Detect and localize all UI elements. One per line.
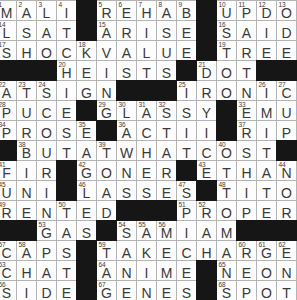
cell-r1c10[interactable]: 9B — [177, 1, 196, 20]
cell-r5c13[interactable]: N — [237, 81, 256, 100]
cell-r15c3[interactable]: D — [37, 281, 56, 300]
cell-r10c1[interactable]: 45U — [0, 181, 16, 200]
cell-r15c12[interactable]: 68S — [217, 281, 236, 300]
cell-letter: E — [57, 106, 76, 120]
cell-r8c12[interactable]: 40O — [217, 141, 236, 160]
cell-r10c12[interactable]: 48T — [217, 181, 236, 200]
cell-r11c5[interactable]: E — [77, 201, 96, 220]
cell-r12c6-block — [96, 220, 117, 241]
cell-letter: T — [57, 26, 76, 40]
cell-r6c15[interactable]: U — [277, 101, 296, 120]
cell-letter: F — [0, 166, 16, 180]
cell-r12c3[interactable]: 53G — [37, 221, 56, 240]
cell-letter: A — [97, 186, 116, 200]
cell-letter: I — [177, 226, 196, 240]
crossword-grid[interactable]: 1M2A3L4I5R6E7H8A9B10U11P12D13O14LSAT15AR… — [0, 0, 297, 300]
cell-r8c10[interactable]: T — [177, 141, 196, 160]
cell-r7c10[interactable]: I — [177, 121, 196, 140]
cell-letter: N — [217, 266, 236, 280]
cell-r3c14[interactable]: E — [257, 41, 276, 60]
cell-letter: Y — [197, 106, 216, 120]
cell-r15c1[interactable]: 66S — [0, 281, 16, 300]
cell-r14c11-block — [196, 260, 217, 281]
cell-r12c4[interactable]: A — [57, 221, 76, 240]
cell-r4c5[interactable]: E — [77, 61, 96, 80]
cell-letter: H — [237, 166, 256, 180]
cell-letter: R — [0, 206, 16, 220]
cell-r3c7[interactable]: A — [117, 41, 136, 60]
cell-r4c6[interactable]: I — [97, 61, 116, 80]
cell-r10c10[interactable]: 47S — [177, 181, 196, 200]
cell-letter: M — [257, 106, 276, 120]
cell-r8c13[interactable]: S — [237, 141, 256, 160]
cell-r1c13[interactable]: 11P — [237, 1, 256, 20]
cell-letter: A — [57, 226, 76, 240]
cell-r8c3[interactable]: U — [37, 141, 56, 160]
cell-r1c12[interactable]: 10U — [217, 1, 236, 20]
cell-r5c15[interactable]: 27C — [277, 81, 296, 100]
cell-letter: I — [97, 66, 116, 80]
cell-letter: N — [137, 286, 156, 300]
cell-r12c2-block — [16, 220, 37, 241]
cell-r3c6[interactable]: V — [97, 41, 116, 60]
cell-r8c9[interactable]: A — [157, 141, 176, 160]
cell-r13c3[interactable]: P — [37, 241, 56, 260]
cell-letter: O — [217, 66, 236, 80]
cell-r1c9[interactable]: 8A — [157, 1, 176, 20]
cell-r14c13[interactable]: E — [237, 261, 256, 280]
cell-r14c6[interactable]: 64A — [97, 261, 116, 280]
cell-r8c11[interactable]: C — [197, 141, 216, 160]
cell-r11c1[interactable]: 49R — [0, 201, 16, 220]
cell-letter: S — [177, 186, 196, 200]
cell-r3c15[interactable]: E — [277, 41, 296, 60]
cell-letter: S — [157, 106, 176, 120]
cell-letter: P — [37, 246, 56, 260]
cell-letter: A — [97, 26, 116, 40]
cell-letter: I — [137, 26, 156, 40]
cell-r2c3[interactable]: A — [37, 21, 56, 40]
cell-r7c14[interactable]: I — [257, 121, 276, 140]
cell-letter: D — [197, 66, 216, 80]
cell-letter: R — [117, 26, 136, 40]
cell-letter: E — [257, 206, 276, 220]
cell-r3c1[interactable]: 17S — [0, 41, 16, 60]
cell-r5c3[interactable]: 24S — [37, 81, 56, 100]
cell-letter: S — [77, 226, 96, 240]
cell-r3c2[interactable]: H — [17, 41, 36, 60]
cell-r15c6[interactable]: 67G — [97, 281, 116, 300]
cell-r9c11[interactable]: 43E — [197, 161, 216, 180]
cell-letter: O — [97, 166, 116, 180]
cell-r5c11[interactable]: R — [197, 81, 216, 100]
cell-letter: I — [17, 286, 36, 300]
cell-r9c1[interactable]: 41F — [0, 161, 16, 180]
cell-r6c12-block — [216, 100, 237, 121]
cell-r5c6[interactable]: N — [97, 81, 116, 100]
cell-r5c4[interactable]: I — [57, 81, 76, 100]
cell-r9c12[interactable]: T — [217, 161, 236, 180]
cell-r6c9[interactable]: 32S — [157, 101, 176, 120]
cell-r11c10[interactable]: 51P — [177, 201, 196, 220]
cell-r2c5-block — [76, 20, 97, 41]
cell-letter: C — [37, 106, 56, 120]
cell-r5c14[interactable]: 26I — [257, 81, 276, 100]
cell-letter: T — [257, 146, 276, 160]
cell-letter: E — [77, 126, 96, 140]
cell-letter: U — [157, 46, 176, 60]
cell-r13c15[interactable]: 62E — [277, 241, 296, 260]
cell-r6c4[interactable]: E — [57, 101, 76, 120]
cell-r14c14[interactable]: O — [257, 261, 276, 280]
cell-r5c7-block — [116, 80, 137, 101]
cell-r15c9[interactable]: E — [157, 281, 176, 300]
cell-letter: E — [77, 66, 96, 80]
cell-r10c6[interactable]: A — [97, 181, 116, 200]
cell-r3c9[interactable]: U — [157, 41, 176, 60]
cell-r4c11[interactable]: 21D — [197, 61, 216, 80]
cell-letter: T — [217, 186, 236, 200]
cell-r3c13[interactable]: R — [237, 41, 256, 60]
cell-r15c7[interactable]: E — [117, 281, 136, 300]
cell-r7c7[interactable]: 36A — [117, 121, 136, 140]
cell-letter: A — [97, 266, 116, 280]
cell-letter: T — [157, 126, 176, 140]
cell-r13c7[interactable]: A — [117, 241, 136, 260]
cell-r6c1[interactable]: 28P — [0, 101, 16, 120]
cell-letter: S — [117, 186, 136, 200]
cell-letter: A — [37, 26, 56, 40]
cell-letter: O — [217, 206, 236, 220]
cell-letter: C — [177, 246, 196, 260]
cell-r7c3[interactable]: O — [37, 121, 56, 140]
cell-letter: E — [237, 266, 256, 280]
cell-letter: C — [137, 126, 156, 140]
cell-r15c10[interactable]: S — [177, 281, 196, 300]
cell-letter: R — [237, 246, 256, 260]
cell-r14c9[interactable]: M — [157, 261, 176, 280]
cell-r4c13[interactable]: T — [237, 61, 256, 80]
cell-letter: A — [17, 6, 36, 20]
cell-r9c7[interactable]: N — [117, 161, 136, 180]
cell-r13c13[interactable]: 60R — [237, 241, 256, 260]
cell-letter: I — [37, 186, 56, 200]
cell-r13c9[interactable]: E — [157, 241, 176, 260]
cell-letter: M — [0, 6, 16, 20]
cell-letter: I — [257, 26, 276, 40]
cell-r12c12[interactable]: M — [217, 221, 236, 240]
cell-r1c14[interactable]: 12D — [257, 1, 276, 20]
cell-r8c14[interactable]: T — [257, 141, 276, 160]
cell-r4c7[interactable]: S — [117, 61, 136, 80]
cell-r12c9[interactable]: 56M — [157, 221, 176, 240]
cell-r6c14[interactable]: M — [257, 101, 276, 120]
cell-r9c8[interactable]: E — [137, 161, 156, 180]
cell-r7c9[interactable]: T — [157, 121, 176, 140]
cell-r6c7[interactable]: 30L — [117, 101, 136, 120]
cell-letter: E — [17, 206, 36, 220]
cell-r10c4-block — [56, 180, 77, 201]
cell-r2c14[interactable]: I — [257, 21, 276, 40]
cell-letter: H — [17, 46, 36, 60]
cell-r6c13[interactable]: 33E — [237, 101, 256, 120]
cell-r4c9[interactable]: S — [157, 61, 176, 80]
cell-letter: E — [177, 46, 196, 60]
cell-r2c7[interactable]: R — [117, 21, 136, 40]
cell-r11c15[interactable]: R — [277, 201, 296, 220]
cell-r13c14[interactable]: 61G — [257, 241, 276, 260]
cell-letter: I — [57, 86, 76, 100]
cell-r10c13[interactable]: I — [237, 181, 256, 200]
cell-r1c8[interactable]: 7H — [137, 1, 156, 20]
cell-r9c9[interactable]: R — [157, 161, 176, 180]
cell-r3c5[interactable]: 18K — [77, 41, 96, 60]
cell-r15c8[interactable]: N — [137, 281, 156, 300]
cell-r2c4[interactable]: T — [57, 21, 76, 40]
cell-r13c8[interactable]: K — [137, 241, 156, 260]
cell-r7c13[interactable]: 37R — [237, 121, 256, 140]
cell-r7c12-block — [216, 120, 237, 141]
cell-r9c13[interactable]: H — [237, 161, 256, 180]
cell-r15c13[interactable]: P — [237, 281, 256, 300]
cell-r8c6[interactable]: 39T — [97, 141, 116, 160]
cell-r9c14[interactable]: A — [257, 161, 276, 180]
cell-r13c11[interactable]: H — [197, 241, 216, 260]
cell-r11c14[interactable]: E — [257, 201, 276, 220]
cell-r2c1[interactable]: 14L — [0, 21, 16, 40]
cell-r14c10[interactable]: E — [177, 261, 196, 280]
cell-r10c9[interactable]: E — [157, 181, 176, 200]
cell-r2c13[interactable]: A — [237, 21, 256, 40]
cell-r7c1[interactable]: 34P — [0, 121, 16, 140]
cell-r13c6[interactable]: 59T — [97, 241, 116, 260]
cell-r10c14[interactable]: T — [257, 181, 276, 200]
cell-r7c5[interactable]: 35E — [77, 121, 96, 140]
cell-r12c7[interactable]: 54S — [117, 221, 136, 240]
cell-r3c3[interactable]: O — [37, 41, 56, 60]
cell-r8c2[interactable]: 38B — [17, 141, 36, 160]
cell-r12c8[interactable]: 55A — [137, 221, 156, 240]
cell-letter: A — [137, 226, 156, 240]
cell-letter: T — [17, 86, 36, 100]
cell-r1c6[interactable]: 5R — [97, 1, 116, 20]
cell-r5c12[interactable]: O — [217, 81, 236, 100]
cell-r11c6[interactable]: D — [97, 201, 116, 220]
cell-letter: A — [257, 166, 276, 180]
cell-r13c12[interactable]: A — [217, 241, 236, 260]
cell-letter: R — [17, 126, 36, 140]
cell-r1c1[interactable]: 1M — [0, 1, 16, 20]
cell-r9c6[interactable]: O — [97, 161, 116, 180]
cell-r14c7[interactable]: N — [117, 261, 136, 280]
cell-letter: T — [137, 66, 156, 80]
cell-r6c3[interactable]: C — [37, 101, 56, 120]
cell-letter: A — [117, 46, 136, 60]
cell-letter: E — [157, 186, 176, 200]
cell-r15c2[interactable]: I — [17, 281, 36, 300]
cell-r7c2[interactable]: R — [17, 121, 36, 140]
cell-r12c14-block — [256, 220, 277, 241]
cell-r1c7[interactable]: 6E — [117, 1, 136, 20]
cell-r4c4[interactable]: 20H — [57, 61, 76, 80]
cell-r5c9-block — [156, 80, 177, 101]
cell-letter: T — [97, 246, 116, 260]
cell-letter: T — [217, 166, 236, 180]
cell-r14c12[interactable]: 65N — [217, 261, 236, 280]
cell-r13c10[interactable]: C — [177, 241, 196, 260]
cell-r3c12[interactable]: 19T — [217, 41, 236, 60]
cell-r11c9-block — [156, 200, 177, 221]
cell-r6c11[interactable]: Y — [197, 101, 216, 120]
cell-r12c11[interactable]: A — [197, 221, 216, 240]
cell-letter: C — [277, 86, 296, 100]
cell-r14c8[interactable]: I — [137, 261, 156, 280]
cell-r11c8-block — [136, 200, 157, 221]
cell-r7c15[interactable]: P — [277, 121, 296, 140]
cell-letter: E — [277, 46, 296, 60]
cell-r12c1-block — [0, 220, 17, 241]
cell-r12c10[interactable]: I — [177, 221, 196, 240]
cell-letter: T — [57, 266, 76, 280]
cell-letter: S — [157, 66, 176, 80]
cell-letter: A — [137, 106, 156, 120]
cell-letter: T — [57, 146, 76, 160]
cell-r8c4[interactable]: T — [57, 141, 76, 160]
cell-r6c6[interactable]: 29G — [97, 101, 116, 120]
cell-r5c5[interactable]: G — [77, 81, 96, 100]
cell-r4c12[interactable]: O — [217, 61, 236, 80]
cell-r9c15[interactable]: 44N — [277, 161, 296, 180]
cell-letter: I — [237, 186, 256, 200]
cell-r3c10[interactable]: E — [177, 41, 196, 60]
cell-letter: A — [157, 146, 176, 160]
cell-r3c8[interactable]: L — [137, 41, 156, 60]
cell-r2c12[interactable]: 16S — [217, 21, 236, 40]
cell-r15c14[interactable]: O — [257, 281, 276, 300]
cell-r9c5[interactable]: 42G — [77, 161, 96, 180]
cell-r9c10-block — [176, 160, 197, 181]
cell-r10c3[interactable]: I — [37, 181, 56, 200]
cell-letter: S — [217, 26, 236, 40]
cell-r12c15-block — [276, 220, 297, 241]
cell-letter: E — [157, 246, 176, 260]
cell-letter: R — [237, 126, 256, 140]
cell-letter: W — [117, 146, 136, 160]
cell-r7c8[interactable]: C — [137, 121, 156, 140]
cell-letter: O — [277, 186, 296, 200]
cell-r10c8[interactable]: S — [137, 181, 156, 200]
cell-r2c9[interactable]: S — [157, 21, 176, 40]
cell-letter: E — [117, 6, 136, 20]
cell-r11c4[interactable]: 50T — [57, 201, 76, 220]
cell-letter: K — [137, 246, 156, 260]
cell-r1c2[interactable]: 2A — [17, 1, 36, 20]
cell-r2c6[interactable]: 15A — [97, 21, 116, 40]
cell-r10c15[interactable]: O — [277, 181, 296, 200]
cell-r15c5-block — [76, 280, 97, 300]
cell-letter: C — [0, 246, 16, 260]
cell-r14c15[interactable]: N — [277, 261, 296, 280]
cell-r6c8[interactable]: 31A — [137, 101, 156, 120]
cell-r15c15[interactable]: T — [277, 281, 296, 300]
cell-r5c10[interactable]: 25I — [177, 81, 196, 100]
cell-letter: S — [217, 286, 236, 300]
cell-r4c8[interactable]: T — [137, 61, 156, 80]
cell-r14c3[interactable]: A — [37, 261, 56, 280]
cell-r7c11[interactable]: I — [197, 121, 216, 140]
cell-r1c15[interactable]: 13O — [277, 1, 296, 20]
cell-r11c13[interactable]: P — [237, 201, 256, 220]
cell-r5c2[interactable]: 23T — [17, 81, 36, 100]
cell-r5c1[interactable]: 22A — [0, 81, 16, 100]
cell-r10c11-block — [196, 180, 217, 201]
cell-letter: N — [117, 166, 136, 180]
cell-r15c4[interactable]: E — [57, 281, 76, 300]
cell-letter: T — [257, 186, 276, 200]
cell-r13c4[interactable]: S — [57, 241, 76, 260]
cell-r8c1-block — [0, 140, 17, 161]
cell-r10c5[interactable]: 46L — [77, 181, 96, 200]
cell-r1c3[interactable]: 3L — [37, 1, 56, 20]
cell-r2c8[interactable]: I — [137, 21, 156, 40]
cell-r9c3[interactable]: R — [37, 161, 56, 180]
cell-r2c10[interactable]: E — [177, 21, 196, 40]
cell-r6c10[interactable]: S — [177, 101, 196, 120]
cell-letter: I — [137, 266, 156, 280]
cell-r8c5[interactable]: A — [77, 141, 96, 160]
cell-letter: G — [97, 106, 116, 120]
cell-letter: E — [257, 46, 276, 60]
cell-r3c4[interactable]: C — [57, 41, 76, 60]
cell-r9c2[interactable]: I — [17, 161, 36, 180]
cell-letter: E — [157, 286, 176, 300]
cell-r2c15[interactable]: D — [277, 21, 296, 40]
cell-r5c8-block — [136, 80, 157, 101]
cell-r1c4[interactable]: 4I — [57, 1, 76, 20]
cell-letter: N — [37, 206, 56, 220]
cell-r6c2[interactable]: U — [17, 101, 36, 120]
cell-r8c7[interactable]: W — [117, 141, 136, 160]
cell-r10c2[interactable]: N — [17, 181, 36, 200]
cell-letter: U — [0, 186, 16, 200]
cell-r13c1[interactable]: 57C — [0, 241, 16, 260]
cell-letter: N — [97, 86, 116, 100]
cell-r14c1[interactable]: 63C — [0, 261, 16, 280]
cell-letter: O — [217, 86, 236, 100]
cell-letter: A — [117, 126, 136, 140]
cell-letter: P — [0, 106, 16, 120]
cell-letter: K — [77, 46, 96, 60]
cell-r2c2[interactable]: S — [17, 21, 36, 40]
cell-r14c2[interactable]: H — [17, 261, 36, 280]
cell-r11c2[interactable]: E — [17, 201, 36, 220]
cell-r8c8[interactable]: H — [137, 141, 156, 160]
cell-r11c12[interactable]: O — [217, 201, 236, 220]
cell-letter: S — [17, 26, 36, 40]
cell-r7c4[interactable]: S — [57, 121, 76, 140]
cell-letter: U — [37, 146, 56, 160]
cell-r10c7[interactable]: S — [117, 181, 136, 200]
cell-r11c3[interactable]: N — [37, 201, 56, 220]
cell-r12c5[interactable]: S — [77, 221, 96, 240]
cell-r13c2[interactable]: 58A — [17, 241, 36, 260]
cell-letter: S — [117, 66, 136, 80]
cell-letter: T — [97, 146, 116, 160]
cell-r11c11[interactable]: 52R — [197, 201, 216, 220]
cell-letter: U — [277, 106, 296, 120]
cell-r12c13-block — [236, 220, 257, 241]
cell-r14c4[interactable]: T — [57, 261, 76, 280]
